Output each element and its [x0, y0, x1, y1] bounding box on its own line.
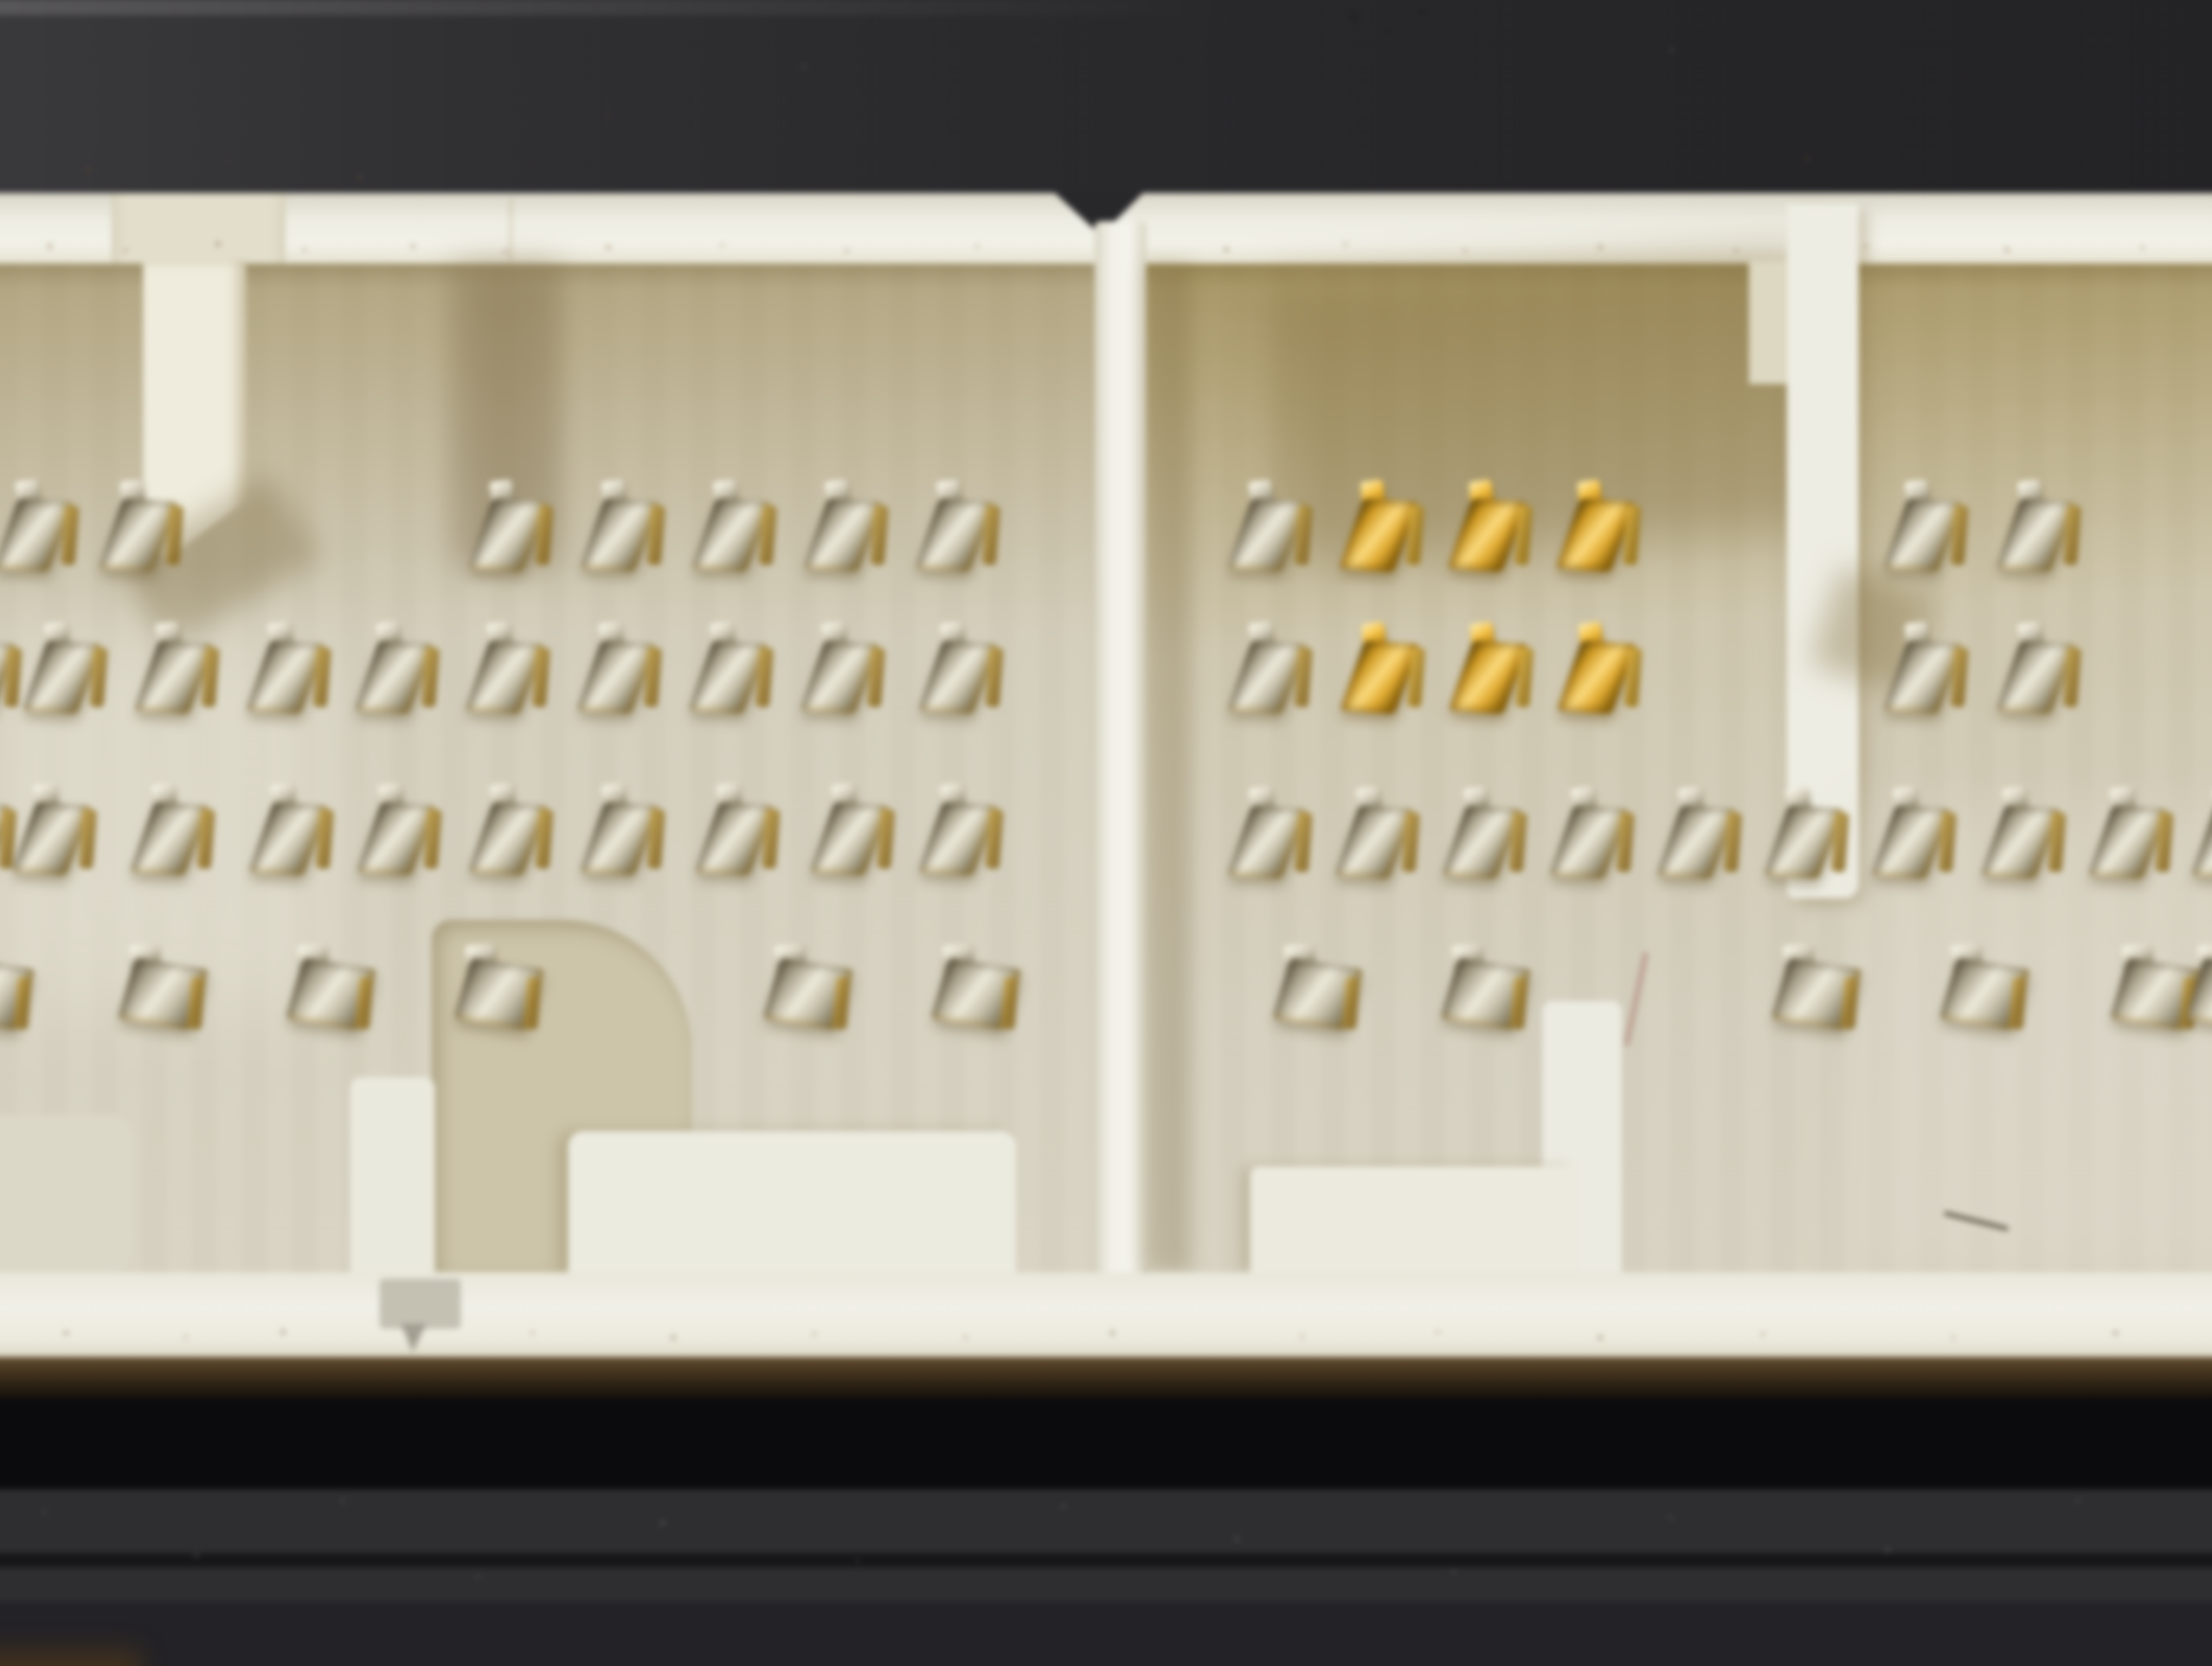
terminal-pin-left-r4-tin	[767, 945, 848, 1041]
terminal-pin-left-r1-tin	[0, 480, 81, 577]
pin-tail	[0, 809, 17, 869]
background-bottom-case	[0, 1357, 2212, 1666]
terminal-pin-left-r2-tin	[695, 623, 776, 719]
gray-stamp-shadow	[401, 1324, 426, 1353]
terminal-pin-left-r3-tin	[255, 784, 336, 881]
terminal-pin-left-r2-tin	[583, 623, 664, 719]
terminal-pin-right-r2-gold	[1455, 623, 1536, 719]
pin-tail	[1001, 977, 1019, 1030]
pin-tail	[833, 977, 851, 1030]
connector-bottom-wall	[0, 1272, 2212, 1358]
terminal-pin-left-r4-tin	[0, 945, 30, 1041]
terminal-pin-left-r3-tin	[816, 784, 897, 881]
terminal-pin-left-r2-tin	[361, 623, 442, 719]
terminal-pin-right-r1-tin	[2002, 480, 2084, 577]
terminal-pin-right-r3-tin	[1663, 787, 1744, 884]
terminal-pin-right-r4-tin	[1944, 945, 2025, 1041]
terminal-pin-left-r2-tin	[806, 623, 888, 719]
pin-tail	[1342, 977, 1360, 1030]
terminal-pin-left-r3-tin	[136, 784, 217, 881]
gray-stamp-mark	[380, 1279, 461, 1329]
terminal-pin-left-r4-tin	[458, 945, 539, 1041]
bottom-left-brown-patch	[0, 1650, 141, 1666]
terminal-pin-left-r2-tin	[29, 623, 110, 719]
terminal-pin-right-r2-tin	[1233, 623, 1315, 719]
terminal-pin-left-r2-tin	[924, 623, 1006, 719]
terminal-pin-right-r4-tin	[1776, 945, 1857, 1041]
pin-tail	[356, 977, 374, 1030]
pin-tail	[2009, 977, 2027, 1030]
terminal-pin-right-r3-tin	[1555, 787, 1637, 884]
terminal-pin-left-r4-tin	[122, 945, 203, 1041]
terminal-pin-left-r2-tin	[252, 623, 333, 719]
terminal-pin-left-r3-tin	[474, 784, 556, 881]
terminal-pin-right-r2-gold	[1563, 623, 1644, 719]
terminal-pin-right-r1-tin	[1889, 480, 1971, 577]
terminal-pin-right-r3-tin	[1770, 787, 1851, 884]
terminal-pin-right-r1-tin	[1233, 480, 1315, 577]
terminal-pin-left-r2-tin	[0, 623, 24, 719]
terminal-pin-right-r3-tin	[1341, 787, 1422, 884]
terminal-pin-left-r4-tin	[935, 945, 1017, 1041]
terminal-pin-right-r2-gold	[1346, 623, 1427, 719]
pin-body	[2191, 805, 2212, 880]
pin-tail	[14, 977, 32, 1030]
terminal-pin-left-r3-tin	[363, 784, 444, 881]
bottom-deep-shadow	[0, 1398, 2212, 1489]
photo-blur-wrap	[0, 0, 2212, 1666]
terminal-pin-right-r4-tin	[2190, 945, 2212, 1041]
terminal-pin-left-r4-tin	[290, 945, 371, 1041]
terminal-pin-right-r4-tin	[1445, 945, 1526, 1041]
pin-tail	[1510, 977, 1528, 1030]
terminal-pin-left-r1-tin	[474, 480, 556, 577]
terminal-pin-left-r2-tin	[140, 623, 222, 719]
terminal-pin-right-r2-tin	[1889, 623, 1971, 719]
terminal-pin-left-r1-tin	[586, 480, 667, 577]
terminal-pin-left-r1-tin	[921, 480, 1002, 577]
terminal-pin-left-r1-tin	[809, 480, 891, 577]
terminal-pin-right-r3-tin	[2197, 787, 2212, 884]
terminal-pin-left-r1-tin	[698, 480, 779, 577]
bottom-seam	[0, 1357, 2212, 1398]
terminal-pin-right-r1-gold	[1562, 480, 1643, 577]
terminal-pin-left-r2-tin	[471, 623, 552, 719]
terminal-pin-right-r4-tin	[1277, 945, 1358, 1041]
terminal-pin-right-r2-tin	[2002, 623, 2084, 719]
case-band-upper	[0, 1489, 2212, 1602]
terminal-pin-left-r3-tin	[924, 784, 1006, 881]
terminal-pin-right-r3-tin	[1233, 787, 1315, 884]
case-band-lower	[0, 1602, 2212, 1666]
pin-tail	[1841, 977, 1859, 1030]
terminal-pin-left-r3-tin	[701, 784, 782, 881]
case-groove	[0, 1553, 2212, 1567]
terminal-pin-right-r1-gold	[1345, 480, 1426, 577]
terminal-pin-right-r4-tin	[2114, 945, 2196, 1041]
terminal-pin-left-r3-tin	[586, 784, 667, 881]
pin-tail	[188, 977, 205, 1030]
terminal-pin-left-r3-tin	[18, 784, 99, 881]
terminal-pin-left-r1-tin	[105, 480, 186, 577]
terminal-pin-right-r1-gold	[1454, 480, 1535, 577]
terminal-pin-right-r3-tin	[1987, 787, 2068, 884]
pin-tail	[524, 977, 542, 1030]
terminal-pin-right-r3-tin	[1877, 787, 1959, 884]
terminal-pin-right-r3-tin	[1448, 787, 1529, 884]
photo-canvas	[0, 0, 2212, 1666]
terminal-pin-right-r3-tin	[2094, 787, 2176, 884]
